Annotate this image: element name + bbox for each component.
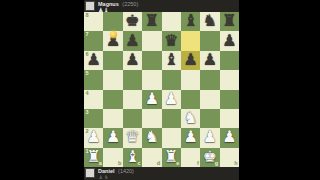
- black-pawn-piece[interactable]: ♟: [125, 33, 139, 49]
- square-g3[interactable]: [200, 109, 219, 128]
- square-a4[interactable]: 4: [84, 90, 103, 109]
- square-a2[interactable]: 2♟: [84, 128, 103, 147]
- square-h3[interactable]: [220, 109, 239, 128]
- square-c3[interactable]: [123, 109, 142, 128]
- square-e1[interactable]: e♜: [162, 148, 181, 167]
- file-label-f: f: [197, 161, 199, 167]
- square-b4[interactable]: [103, 90, 122, 109]
- black-knight-piece[interactable]: ♞: [203, 13, 217, 29]
- square-b6[interactable]: [103, 51, 122, 70]
- rank-label-5: 5: [86, 71, 89, 77]
- black-pawn-piece[interactable]: ♟: [222, 33, 236, 49]
- square-c2[interactable]: ♛: [123, 128, 142, 147]
- square-g8[interactable]: ♞: [200, 12, 219, 31]
- white-pawn-piece[interactable]: ♟: [87, 129, 101, 145]
- black-king-piece[interactable]: ♚: [125, 13, 139, 29]
- square-d2[interactable]: ♞: [142, 128, 161, 147]
- square-f5[interactable]: [181, 70, 200, 89]
- white-knight-piece[interactable]: ♞: [145, 129, 159, 145]
- rank-label-6: 6: [86, 52, 89, 58]
- square-g5[interactable]: [200, 70, 219, 89]
- rank-label-4: 4: [86, 91, 89, 97]
- file-label-b: b: [118, 161, 121, 167]
- bottom-player-avatar[interactable]: [85, 168, 95, 178]
- white-pawn-piece[interactable]: ♟: [183, 129, 197, 145]
- app-screen: Magnus (2250) ♟♝ 8♚♜♝♞♜7♟♟♛♟6♟♟♝♟♟54♟♟3♞…: [0, 0, 320, 180]
- square-b1[interactable]: b: [103, 148, 122, 167]
- square-h6[interactable]: [220, 51, 239, 70]
- captured-black-knight-icon: ♞: [103, 173, 108, 180]
- black-pawn-piece[interactable]: ♟: [87, 52, 101, 68]
- square-e5[interactable]: [162, 70, 181, 89]
- file-label-c: c: [138, 161, 141, 167]
- square-d7[interactable]: [142, 31, 161, 50]
- square-g6[interactable]: ♟: [200, 51, 219, 70]
- file-label-a: a: [99, 161, 102, 167]
- black-pawn-piece[interactable]: ♟: [203, 52, 217, 68]
- square-h8[interactable]: ♜: [220, 12, 239, 31]
- chess-board: 8♚♜♝♞♜7♟♟♛♟6♟♟♝♟♟54♟♟3♞2♟♟♛♞♟♟♟1a♜bc♝de♜…: [84, 12, 239, 167]
- top-player-rating: (2250): [122, 1, 138, 7]
- move-sparkle-icon: [110, 31, 117, 38]
- file-label-g: g: [215, 161, 218, 167]
- square-a1[interactable]: 1a♜: [84, 148, 103, 167]
- square-f8[interactable]: ♝: [181, 12, 200, 31]
- rank-label-2: 2: [86, 129, 89, 135]
- white-queen-piece[interactable]: ♛: [125, 129, 139, 145]
- square-d6[interactable]: [142, 51, 161, 70]
- white-pawn-piece[interactable]: ♟: [145, 91, 159, 107]
- rank-label-7: 7: [86, 32, 89, 38]
- square-f1[interactable]: f: [181, 148, 200, 167]
- square-d4[interactable]: ♟: [142, 90, 161, 109]
- square-g4[interactable]: [200, 90, 219, 109]
- rank-label-1: 1: [86, 149, 89, 155]
- square-d8[interactable]: ♜: [142, 12, 161, 31]
- square-c8[interactable]: ♚: [123, 12, 142, 31]
- square-c4[interactable]: [123, 90, 142, 109]
- square-a3[interactable]: 3: [84, 109, 103, 128]
- black-rook-piece[interactable]: ♜: [145, 13, 159, 29]
- square-c1[interactable]: c♝: [123, 148, 142, 167]
- white-pawn-piece[interactable]: ♟: [222, 129, 236, 145]
- rank-label-3: 3: [86, 110, 89, 116]
- top-player-bar: Magnus (2250) ♟♝: [84, 0, 239, 12]
- square-a8[interactable]: 8: [84, 12, 103, 31]
- square-g7[interactable]: [200, 31, 219, 50]
- square-h4[interactable]: [220, 90, 239, 109]
- square-g1[interactable]: g♚: [200, 148, 219, 167]
- square-f4[interactable]: [181, 90, 200, 109]
- black-rook-piece[interactable]: ♜: [222, 13, 236, 29]
- square-b8[interactable]: [103, 12, 122, 31]
- square-e3[interactable]: [162, 109, 181, 128]
- square-e4[interactable]: ♟: [162, 90, 181, 109]
- square-f3[interactable]: ♞: [181, 109, 200, 128]
- square-b3[interactable]: [103, 109, 122, 128]
- black-bishop-piece[interactable]: ♝: [164, 52, 178, 68]
- square-f2[interactable]: ♟: [181, 128, 200, 147]
- top-player-avatar[interactable]: [85, 1, 95, 11]
- square-c5[interactable]: [123, 70, 142, 89]
- black-bishop-piece[interactable]: ♝: [183, 13, 197, 29]
- square-f7[interactable]: [181, 31, 200, 50]
- white-pawn-piece[interactable]: ♟: [106, 129, 120, 145]
- square-a5[interactable]: 5: [84, 70, 103, 89]
- bottom-captured-pieces: ♟♞: [98, 174, 109, 180]
- square-h1[interactable]: h: [220, 148, 239, 167]
- square-e6[interactable]: ♝: [162, 51, 181, 70]
- square-c6[interactable]: ♟: [123, 51, 142, 70]
- square-c7[interactable]: ♟: [123, 31, 142, 50]
- square-a7[interactable]: 7: [84, 31, 103, 50]
- square-d1[interactable]: d: [142, 148, 161, 167]
- square-h5[interactable]: [220, 70, 239, 89]
- bottom-player-bar: Daniel (1420) ♟♞: [84, 167, 239, 180]
- square-d3[interactable]: [142, 109, 161, 128]
- black-queen-piece[interactable]: ♛: [164, 33, 178, 49]
- rank-label-8: 8: [86, 13, 89, 19]
- bottom-player-rating: (1420): [118, 168, 134, 174]
- square-h7[interactable]: ♟: [220, 31, 239, 50]
- black-pawn-piece[interactable]: ♟: [183, 52, 197, 68]
- square-d5[interactable]: [142, 70, 161, 89]
- white-pawn-piece[interactable]: ♟: [203, 129, 217, 145]
- white-knight-piece[interactable]: ♞: [183, 110, 197, 126]
- file-label-h: h: [234, 161, 237, 167]
- square-h2[interactable]: ♟: [220, 128, 239, 147]
- file-label-e: e: [176, 161, 179, 167]
- square-e2[interactable]: [162, 128, 181, 147]
- square-b2[interactable]: ♟: [103, 128, 122, 147]
- square-b5[interactable]: [103, 70, 122, 89]
- square-e7[interactable]: ♛: [162, 31, 181, 50]
- black-pawn-piece[interactable]: ♟: [125, 52, 139, 68]
- file-label-d: d: [157, 161, 160, 167]
- square-e8[interactable]: [162, 12, 181, 31]
- square-a6[interactable]: 6♟: [84, 51, 103, 70]
- white-pawn-piece[interactable]: ♟: [164, 91, 178, 107]
- square-f6[interactable]: ♟: [181, 51, 200, 70]
- square-g2[interactable]: ♟: [200, 128, 219, 147]
